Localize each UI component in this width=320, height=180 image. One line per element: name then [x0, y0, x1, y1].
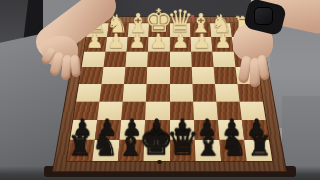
square-a8[interactable]: ♜: [244, 140, 272, 161]
piece-white-pawn-e2[interactable]: ♟: [150, 31, 168, 51]
square-e5[interactable]: [146, 84, 169, 101]
square-c2[interactable]: ♟: [190, 37, 212, 52]
square-c3[interactable]: [191, 52, 214, 68]
left-finger: [70, 55, 81, 78]
square-d4[interactable]: [170, 67, 193, 83]
square-f3[interactable]: [126, 52, 149, 68]
square-f5[interactable]: [123, 84, 147, 101]
piece-white-pawn-d2[interactable]: ♟: [171, 31, 189, 51]
piece-white-pawn-g2[interactable]: ♟: [107, 31, 125, 51]
square-g2[interactable]: ♟: [105, 37, 128, 52]
square-b8[interactable]: ♞: [219, 140, 246, 161]
square-c5[interactable]: [192, 84, 216, 101]
red-led-dot: [191, 15, 194, 18]
piece-white-pawn-b2[interactable]: ♟: [214, 31, 232, 51]
piece-black-bishop-c8[interactable]: ♝: [193, 128, 222, 161]
square-a5[interactable]: [237, 84, 262, 101]
square-f4[interactable]: [124, 67, 147, 83]
square-h5[interactable]: [76, 84, 101, 101]
square-b3[interactable]: [212, 52, 235, 68]
square-g5[interactable]: [100, 84, 125, 101]
piece-black-rook-h8[interactable]: ♜: [67, 133, 92, 161]
square-h4[interactable]: [79, 67, 104, 83]
piece-black-knight-g8[interactable]: ♞: [92, 130, 120, 161]
square-e4[interactable]: [147, 67, 170, 83]
square-f2[interactable]: ♟: [127, 37, 149, 52]
square-c8[interactable]: ♝: [194, 140, 221, 161]
piece-white-pawn-f2[interactable]: ♟: [129, 31, 147, 51]
piece-black-knight-b8[interactable]: ♞: [220, 130, 248, 161]
square-d5[interactable]: [170, 84, 193, 101]
watch-icon: [254, 7, 273, 25]
square-e3[interactable]: [148, 52, 170, 68]
square-d3[interactable]: [170, 52, 192, 68]
piece-black-rook-a8[interactable]: ♜: [247, 133, 272, 161]
square-d8[interactable]: ♛: [170, 140, 196, 161]
square-c4[interactable]: [191, 67, 214, 83]
square-b5[interactable]: [215, 84, 240, 101]
square-d2[interactable]: ♟: [170, 37, 191, 52]
square-g4[interactable]: [102, 67, 126, 83]
square-h3[interactable]: [82, 52, 106, 68]
square-b2[interactable]: ♟: [211, 37, 234, 52]
square-h2[interactable]: ♟: [84, 37, 107, 52]
square-b4[interactable]: [213, 67, 237, 83]
piece-white-pawn-c2[interactable]: ♟: [193, 31, 211, 51]
square-e2[interactable]: ♟: [148, 37, 169, 52]
square-g3[interactable]: [104, 52, 127, 68]
board-logo-dot: [157, 160, 162, 164]
